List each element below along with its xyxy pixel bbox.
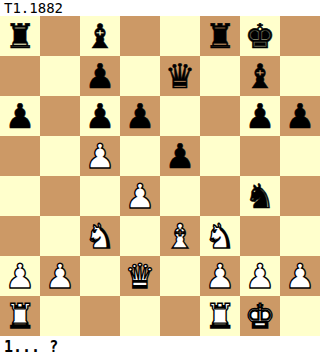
square-c5[interactable]: ♟	[80, 136, 120, 176]
black-pawn[interactable]: ♟	[85, 96, 115, 136]
square-a7[interactable]	[0, 56, 40, 96]
black-bishop[interactable]: ♝	[245, 56, 275, 96]
square-b8[interactable]	[40, 16, 80, 56]
square-a2[interactable]: ♟	[0, 256, 40, 296]
white-queen[interactable]: ♛	[125, 256, 155, 296]
black-pawn[interactable]: ♟	[285, 96, 315, 136]
square-e6[interactable]	[160, 96, 200, 136]
square-g8[interactable]: ♚	[240, 16, 280, 56]
square-e4[interactable]	[160, 176, 200, 216]
black-king[interactable]: ♚	[245, 16, 275, 56]
square-e5[interactable]: ♟	[160, 136, 200, 176]
square-f3[interactable]: ♞	[200, 216, 240, 256]
chess-board: ♜♝♜♚♟♛♝♟♟♟♟♟♟♟♟♞♞♝♞♟♟♛♟♟♟♜♜♚	[0, 16, 320, 336]
square-d2[interactable]: ♛	[120, 256, 160, 296]
square-e1[interactable]	[160, 296, 200, 336]
square-a3[interactable]	[0, 216, 40, 256]
square-b1[interactable]	[40, 296, 80, 336]
white-pawn[interactable]: ♟	[5, 256, 35, 296]
square-d1[interactable]	[120, 296, 160, 336]
white-rook[interactable]: ♜	[5, 296, 35, 336]
square-a5[interactable]	[0, 136, 40, 176]
square-b2[interactable]: ♟	[40, 256, 80, 296]
square-h6[interactable]: ♟	[280, 96, 320, 136]
square-g4[interactable]: ♞	[240, 176, 280, 216]
square-g5[interactable]	[240, 136, 280, 176]
square-h5[interactable]	[280, 136, 320, 176]
white-pawn[interactable]: ♟	[85, 136, 115, 176]
square-a4[interactable]	[0, 176, 40, 216]
square-g6[interactable]: ♟	[240, 96, 280, 136]
square-a1[interactable]: ♜	[0, 296, 40, 336]
black-pawn[interactable]: ♟	[85, 56, 115, 96]
square-b3[interactable]	[40, 216, 80, 256]
black-rook[interactable]: ♜	[205, 16, 235, 56]
square-f1[interactable]: ♜	[200, 296, 240, 336]
black-bishop[interactable]: ♝	[85, 16, 115, 56]
square-d7[interactable]	[120, 56, 160, 96]
black-knight[interactable]: ♞	[245, 176, 275, 216]
square-f4[interactable]	[200, 176, 240, 216]
puzzle-title: T1.1882	[0, 0, 320, 16]
black-pawn[interactable]: ♟	[165, 136, 195, 176]
square-f8[interactable]: ♜	[200, 16, 240, 56]
square-g2[interactable]: ♟	[240, 256, 280, 296]
square-g1[interactable]: ♚	[240, 296, 280, 336]
white-bishop[interactable]: ♝	[165, 216, 195, 256]
black-rook[interactable]: ♜	[5, 16, 35, 56]
square-f7[interactable]	[200, 56, 240, 96]
square-b7[interactable]	[40, 56, 80, 96]
square-h2[interactable]: ♟	[280, 256, 320, 296]
square-c1[interactable]	[80, 296, 120, 336]
square-h3[interactable]	[280, 216, 320, 256]
square-g7[interactable]: ♝	[240, 56, 280, 96]
square-h8[interactable]	[280, 16, 320, 56]
square-a6[interactable]: ♟	[0, 96, 40, 136]
white-knight[interactable]: ♞	[85, 216, 115, 256]
square-c8[interactable]: ♝	[80, 16, 120, 56]
white-pawn[interactable]: ♟	[125, 176, 155, 216]
black-pawn[interactable]: ♟	[5, 96, 35, 136]
black-queen[interactable]: ♛	[165, 56, 195, 96]
square-d6[interactable]: ♟	[120, 96, 160, 136]
white-king[interactable]: ♚	[245, 296, 275, 336]
square-e8[interactable]	[160, 16, 200, 56]
square-g3[interactable]	[240, 216, 280, 256]
square-f6[interactable]	[200, 96, 240, 136]
square-a8[interactable]: ♜	[0, 16, 40, 56]
white-knight[interactable]: ♞	[205, 216, 235, 256]
square-d5[interactable]	[120, 136, 160, 176]
square-h1[interactable]	[280, 296, 320, 336]
square-b4[interactable]	[40, 176, 80, 216]
square-d8[interactable]	[120, 16, 160, 56]
white-pawn[interactable]: ♟	[245, 256, 275, 296]
square-c6[interactable]: ♟	[80, 96, 120, 136]
square-c3[interactable]: ♞	[80, 216, 120, 256]
square-b5[interactable]	[40, 136, 80, 176]
white-pawn[interactable]: ♟	[45, 256, 75, 296]
square-h4[interactable]	[280, 176, 320, 216]
white-rook[interactable]: ♜	[205, 296, 235, 336]
black-pawn[interactable]: ♟	[125, 96, 155, 136]
square-d3[interactable]	[120, 216, 160, 256]
move-prompt: 1... ?	[0, 336, 320, 360]
square-c2[interactable]	[80, 256, 120, 296]
white-pawn[interactable]: ♟	[285, 256, 315, 296]
square-b6[interactable]	[40, 96, 80, 136]
chess-puzzle-window: T1.1882 ♜♝♜♚♟♛♝♟♟♟♟♟♟♟♟♞♞♝♞♟♟♛♟♟♟♜♜♚ 1..…	[0, 0, 320, 360]
white-pawn[interactable]: ♟	[205, 256, 235, 296]
square-f5[interactable]	[200, 136, 240, 176]
square-d4[interactable]: ♟	[120, 176, 160, 216]
square-h7[interactable]	[280, 56, 320, 96]
square-c7[interactable]: ♟	[80, 56, 120, 96]
black-pawn[interactable]: ♟	[245, 96, 275, 136]
square-f2[interactable]: ♟	[200, 256, 240, 296]
square-e2[interactable]	[160, 256, 200, 296]
square-e3[interactable]: ♝	[160, 216, 200, 256]
square-c4[interactable]	[80, 176, 120, 216]
square-e7[interactable]: ♛	[160, 56, 200, 96]
